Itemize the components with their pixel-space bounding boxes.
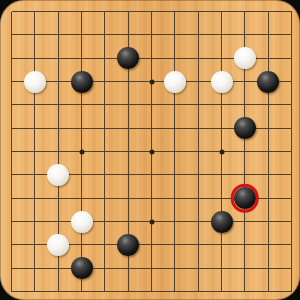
intersection-K7[interactable] [210,140,233,163]
intersection-C9[interactable] [47,93,70,116]
intersection-E4[interactable] [93,210,116,233]
intersection-E7[interactable] [93,140,116,163]
intersection-G12[interactable] [140,23,163,46]
intersection-E6[interactable] [93,163,116,186]
intersection-N3[interactable] [280,233,300,256]
intersection-N6[interactable] [280,163,300,186]
intersection-C10[interactable] [47,70,70,93]
intersection-E3[interactable] [93,233,116,256]
intersection-N10[interactable] [280,70,300,93]
black-stone [234,117,256,139]
intersection-B11[interactable] [23,47,46,70]
intersection-G1[interactable] [140,280,163,300]
intersection-E8[interactable] [93,117,116,140]
intersection-D11[interactable] [70,47,93,70]
intersection-H7[interactable] [163,140,186,163]
intersection-K9[interactable] [210,93,233,116]
intersection-E12[interactable] [93,23,116,46]
intersection-K1[interactable] [210,280,233,300]
intersection-A2[interactable] [0,257,23,280]
intersection-D7[interactable] [70,140,93,163]
intersection-B4[interactable] [23,210,46,233]
intersection-K13[interactable] [210,0,233,23]
intersection-D13[interactable] [70,0,93,23]
intersection-L5[interactable] [233,187,256,210]
intersection-H11[interactable] [163,47,186,70]
intersection-M5[interactable] [257,187,280,210]
intersection-N9[interactable] [280,93,300,116]
last-move-marker [231,184,260,213]
intersection-F10[interactable] [117,70,140,93]
intersection-L10[interactable] [233,70,256,93]
star-point [149,219,154,224]
black-stone [257,71,279,93]
intersection-E1[interactable] [93,280,116,300]
intersection-J3[interactable] [187,233,210,256]
intersection-B9[interactable] [23,93,46,116]
intersection-G13[interactable] [140,0,163,23]
intersection-L7[interactable] [233,140,256,163]
intersection-L1[interactable] [233,280,256,300]
intersection-M2[interactable] [257,257,280,280]
intersection-F2[interactable] [117,257,140,280]
intersection-J4[interactable] [187,210,210,233]
intersection-H6[interactable] [163,163,186,186]
intersection-C7[interactable] [47,140,70,163]
intersection-J12[interactable] [187,23,210,46]
intersection-F12[interactable] [117,23,140,46]
intersection-K4[interactable] [210,210,233,233]
intersection-E13[interactable] [93,0,116,23]
black-stone [117,234,139,256]
intersection-C2[interactable] [47,257,70,280]
white-stone [211,71,233,93]
white-stone [47,164,69,186]
intersection-C8[interactable] [47,117,70,140]
intersection-M9[interactable] [257,93,280,116]
intersection-K2[interactable] [210,257,233,280]
intersection-M3[interactable] [257,233,280,256]
intersection-E11[interactable] [93,47,116,70]
intersection-H10[interactable] [163,70,186,93]
intersection-A5[interactable] [0,187,23,210]
intersection-B1[interactable] [23,280,46,300]
intersection-N1[interactable] [280,280,300,300]
star-point [79,149,84,154]
intersection-D1[interactable] [70,280,93,300]
intersection-L11[interactable] [233,47,256,70]
intersection-L8[interactable] [233,117,256,140]
intersection-A11[interactable] [0,47,23,70]
intersection-A12[interactable] [0,23,23,46]
intersection-L13[interactable] [233,0,256,23]
intersection-H8[interactable] [163,117,186,140]
intersection-M10[interactable] [257,70,280,93]
intersection-A4[interactable] [0,210,23,233]
go-board-grid [0,0,300,300]
intersection-F4[interactable] [117,210,140,233]
intersection-F6[interactable] [117,163,140,186]
intersection-B6[interactable] [23,163,46,186]
white-stone [47,234,69,256]
intersection-L3[interactable] [233,233,256,256]
intersection-C4[interactable] [47,210,70,233]
intersection-J9[interactable] [187,93,210,116]
intersection-F8[interactable] [117,117,140,140]
intersection-A9[interactable] [0,93,23,116]
intersection-E2[interactable] [93,257,116,280]
intersection-N11[interactable] [280,47,300,70]
intersection-B12[interactable] [23,23,46,46]
intersection-M11[interactable] [257,47,280,70]
intersection-H1[interactable] [163,280,186,300]
intersection-E9[interactable] [93,93,116,116]
intersection-N12[interactable] [280,23,300,46]
intersection-J1[interactable] [187,280,210,300]
intersection-H5[interactable] [163,187,186,210]
intersection-F9[interactable] [117,93,140,116]
white-stone [164,71,186,93]
intersection-A10[interactable] [0,70,23,93]
intersection-H4[interactable] [163,210,186,233]
intersection-K12[interactable] [210,23,233,46]
intersection-C3[interactable] [47,233,70,256]
intersection-F11[interactable] [117,47,140,70]
intersection-D2[interactable] [70,257,93,280]
intersection-B13[interactable] [23,0,46,23]
intersection-N13[interactable] [280,0,300,23]
intersection-E10[interactable] [93,70,116,93]
intersection-M7[interactable] [257,140,280,163]
intersection-B7[interactable] [23,140,46,163]
intersection-M13[interactable] [257,0,280,23]
intersection-G11[interactable] [140,47,163,70]
intersection-K6[interactable] [210,163,233,186]
intersection-G4[interactable] [140,210,163,233]
intersection-A7[interactable] [0,140,23,163]
intersection-C6[interactable] [47,163,70,186]
intersection-N7[interactable] [280,140,300,163]
intersection-G3[interactable] [140,233,163,256]
intersection-B5[interactable] [23,187,46,210]
intersection-J11[interactable] [187,47,210,70]
intersection-J13[interactable] [187,0,210,23]
intersection-A3[interactable] [0,233,23,256]
intersection-J6[interactable] [187,163,210,186]
intersection-K11[interactable] [210,47,233,70]
intersection-F3[interactable] [117,233,140,256]
intersection-J10[interactable] [187,70,210,93]
star-point [219,149,224,154]
intersection-D9[interactable] [70,93,93,116]
intersection-A8[interactable] [0,117,23,140]
intersection-D6[interactable] [70,163,93,186]
intersection-D8[interactable] [70,117,93,140]
intersection-D3[interactable] [70,233,93,256]
intersection-L12[interactable] [233,23,256,46]
intersection-F13[interactable] [117,0,140,23]
intersection-B2[interactable] [23,257,46,280]
white-stone [234,47,256,69]
intersection-G9[interactable] [140,93,163,116]
intersection-H2[interactable] [163,257,186,280]
intersection-D4[interactable] [70,210,93,233]
star-point [149,149,154,154]
intersection-G5[interactable] [140,187,163,210]
star-point [149,79,154,84]
intersection-J8[interactable] [187,117,210,140]
intersection-C11[interactable] [47,47,70,70]
intersection-N4[interactable] [280,210,300,233]
white-stone [71,211,93,233]
go-board [0,0,300,300]
intersection-M6[interactable] [257,163,280,186]
intersection-H13[interactable] [163,0,186,23]
intersection-L4[interactable] [233,210,256,233]
intersection-B3[interactable] [23,233,46,256]
intersection-K10[interactable] [210,70,233,93]
intersection-C13[interactable] [47,0,70,23]
intersection-G10[interactable] [140,70,163,93]
black-stone [71,257,93,279]
intersection-M1[interactable] [257,280,280,300]
intersection-F7[interactable] [117,140,140,163]
intersection-M12[interactable] [257,23,280,46]
intersection-J5[interactable] [187,187,210,210]
black-stone [71,71,93,93]
intersection-K8[interactable] [210,117,233,140]
intersection-G7[interactable] [140,140,163,163]
intersection-B8[interactable] [23,117,46,140]
intersection-A1[interactable] [0,280,23,300]
intersection-D12[interactable] [70,23,93,46]
intersection-N8[interactable] [280,117,300,140]
intersection-L2[interactable] [233,257,256,280]
screenshot-root [0,0,300,300]
intersection-L9[interactable] [233,93,256,116]
intersection-D5[interactable] [70,187,93,210]
intersection-F1[interactable] [117,280,140,300]
intersection-G6[interactable] [140,163,163,186]
intersection-G2[interactable] [140,257,163,280]
intersection-C1[interactable] [47,280,70,300]
intersection-J7[interactable] [187,140,210,163]
intersection-D10[interactable] [70,70,93,93]
black-stone [211,211,233,233]
intersection-C12[interactable] [47,23,70,46]
intersection-G8[interactable] [140,117,163,140]
intersection-F5[interactable] [117,187,140,210]
intersection-H12[interactable] [163,23,186,46]
intersection-H3[interactable] [163,233,186,256]
intersection-E5[interactable] [93,187,116,210]
intersection-M8[interactable] [257,117,280,140]
intersection-K3[interactable] [210,233,233,256]
intersection-B10[interactable] [23,70,46,93]
white-stone [24,71,46,93]
intersection-H9[interactable] [163,93,186,116]
black-stone [117,47,139,69]
intersection-J2[interactable] [187,257,210,280]
intersection-A13[interactable] [0,0,23,23]
intersection-N2[interactable] [280,257,300,280]
intersection-A6[interactable] [0,163,23,186]
intersection-M4[interactable] [257,210,280,233]
intersection-N5[interactable] [280,187,300,210]
intersection-C5[interactable] [47,187,70,210]
